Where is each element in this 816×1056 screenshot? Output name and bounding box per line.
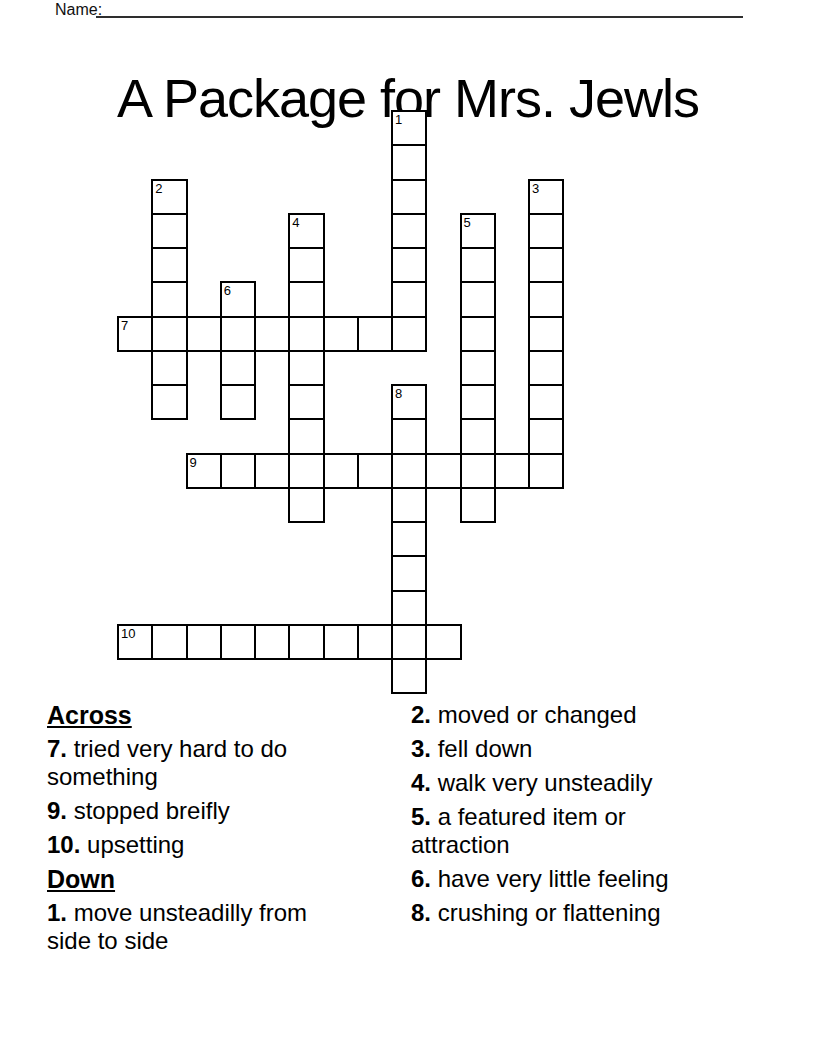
clue-across-10: 10. upsetting (47, 831, 337, 859)
cell-number-3: 3 (532, 181, 539, 196)
grid-cell-r9c10[interactable] (460, 418, 496, 454)
cell-number-8: 8 (395, 386, 402, 401)
name-blank-line (96, 0, 743, 18)
grid-cell-r15c4[interactable] (254, 624, 290, 660)
grid-cell-r11c8[interactable] (391, 487, 427, 523)
clue-down-6: 6. have very little feeling (411, 865, 711, 893)
clues-column-left: Across7. tried very hard to do something… (47, 701, 337, 961)
grid-cell-r5c10[interactable] (460, 281, 496, 317)
cell-number-1: 1 (395, 112, 402, 127)
grid-cell-r6c2[interactable] (186, 316, 222, 352)
grid-cell-r2c1[interactable]: 2 (151, 179, 187, 215)
grid-cell-r15c1[interactable] (151, 624, 187, 660)
cell-number-5: 5 (464, 215, 471, 230)
grid-cell-r16c8[interactable] (391, 658, 427, 694)
grid-cell-r5c1[interactable] (151, 281, 187, 317)
crossword-grid: 79101234568 (117, 110, 565, 695)
grid-cell-r15c0[interactable]: 10 (117, 624, 153, 660)
grid-cell-r10c11[interactable] (494, 453, 530, 489)
grid-cell-r5c5[interactable] (288, 281, 324, 317)
grid-cell-r10c2[interactable]: 9 (186, 453, 222, 489)
down-heading: Down (47, 865, 337, 893)
clue-number: 1. (47, 899, 67, 926)
grid-cell-r6c8[interactable] (391, 316, 427, 352)
grid-cell-r3c10[interactable]: 5 (460, 213, 496, 249)
grid-cell-r15c6[interactable] (323, 624, 359, 660)
grid-cell-r6c6[interactable] (323, 316, 359, 352)
grid-cell-r14c8[interactable] (391, 590, 427, 626)
grid-cell-r10c9[interactable] (425, 453, 461, 489)
clue-number: 7. (47, 735, 67, 762)
grid-cell-r15c2[interactable] (186, 624, 222, 660)
grid-cell-r5c3[interactable]: 6 (220, 281, 256, 317)
grid-cell-r2c12[interactable]: 3 (528, 179, 564, 215)
grid-cell-r15c9[interactable] (425, 624, 461, 660)
grid-cell-r6c7[interactable] (357, 316, 393, 352)
grid-cell-r2c8[interactable] (391, 179, 427, 215)
grid-cell-r15c3[interactable] (220, 624, 256, 660)
grid-cell-r15c8[interactable] (391, 624, 427, 660)
cell-number-10: 10 (121, 626, 135, 641)
grid-cell-r3c1[interactable] (151, 213, 187, 249)
grid-cell-r10c3[interactable] (220, 453, 256, 489)
cell-number-4: 4 (292, 215, 299, 230)
grid-cell-r4c5[interactable] (288, 247, 324, 283)
clue-number: 8. (411, 899, 431, 926)
grid-cell-r3c12[interactable] (528, 213, 564, 249)
grid-cell-r3c8[interactable] (391, 213, 427, 249)
grid-cell-r6c4[interactable] (254, 316, 290, 352)
grid-cell-r6c10[interactable] (460, 316, 496, 352)
clues-column-right: 2. moved or changed3. fell down4. walk v… (411, 701, 711, 933)
grid-cell-r8c8[interactable]: 8 (391, 384, 427, 420)
grid-cell-r3c5[interactable]: 4 (288, 213, 324, 249)
clue-down-1: 1. move unsteadilly from side to side (47, 899, 337, 955)
grid-cell-r13c8[interactable] (391, 555, 427, 591)
grid-cell-r8c3[interactable] (220, 384, 256, 420)
across-heading: Across (47, 701, 337, 729)
grid-cell-r10c5[interactable] (288, 453, 324, 489)
grid-cell-r4c12[interactable] (528, 247, 564, 283)
grid-cell-r9c8[interactable] (391, 418, 427, 454)
grid-cell-r15c5[interactable] (288, 624, 324, 660)
cell-number-7: 7 (121, 318, 128, 333)
grid-cell-r9c12[interactable] (528, 418, 564, 454)
clue-down-4: 4. walk very unsteadily (411, 769, 711, 797)
clue-number: 2. (411, 701, 431, 728)
grid-cell-r7c5[interactable] (288, 350, 324, 386)
grid-cell-r7c12[interactable] (528, 350, 564, 386)
grid-cell-r6c3[interactable] (220, 316, 256, 352)
grid-cell-r10c8[interactable] (391, 453, 427, 489)
clue-number: 10. (47, 831, 80, 858)
clue-down-5: 5. a featured item or attraction (411, 803, 711, 859)
grid-cell-r5c8[interactable] (391, 281, 427, 317)
grid-cell-r6c0[interactable]: 7 (117, 316, 153, 352)
clue-down-2: 2. moved or changed (411, 701, 711, 729)
grid-cell-r7c1[interactable] (151, 350, 187, 386)
grid-cell-r8c12[interactable] (528, 384, 564, 420)
grid-cell-r11c10[interactable] (460, 487, 496, 523)
grid-cell-r6c1[interactable] (151, 316, 187, 352)
grid-cell-r5c12[interactable] (528, 281, 564, 317)
grid-cell-r0c8[interactable]: 1 (391, 110, 427, 146)
clue-down-3: 3. fell down (411, 735, 711, 763)
grid-cell-r8c1[interactable] (151, 384, 187, 420)
grid-cell-r9c5[interactable] (288, 418, 324, 454)
grid-cell-r4c10[interactable] (460, 247, 496, 283)
clue-number: 5. (411, 803, 431, 830)
grid-cell-r12c8[interactable] (391, 521, 427, 557)
grid-cell-r8c5[interactable] (288, 384, 324, 420)
clue-number: 4. (411, 769, 431, 796)
clue-number: 6. (411, 865, 431, 892)
grid-cell-r8c10[interactable] (460, 384, 496, 420)
clue-across-7: 7. tried very hard to do something (47, 735, 337, 791)
clue-across-9: 9. stopped breifly (47, 797, 337, 825)
cell-number-9: 9 (190, 455, 197, 470)
clue-number: 9. (47, 797, 67, 824)
grid-cell-r7c3[interactable] (220, 350, 256, 386)
clue-down-8: 8. crushing or flattening (411, 899, 711, 927)
grid-cell-r11c5[interactable] (288, 487, 324, 523)
grid-cell-r15c7[interactable] (357, 624, 393, 660)
grid-cell-r6c5[interactable] (288, 316, 324, 352)
grid-cell-r4c8[interactable] (391, 247, 427, 283)
grid-cell-r10c12[interactable] (528, 453, 564, 489)
grid-cell-r10c6[interactable] (323, 453, 359, 489)
grid-cell-r10c4[interactable] (254, 453, 290, 489)
grid-cell-r6c12[interactable] (528, 316, 564, 352)
grid-cell-r7c10[interactable] (460, 350, 496, 386)
cell-number-6: 6 (224, 283, 231, 298)
grid-cell-r10c10[interactable] (460, 453, 496, 489)
grid-cell-r1c8[interactable] (391, 144, 427, 180)
cell-number-2: 2 (155, 181, 162, 196)
clue-number: 3. (411, 735, 431, 762)
grid-cell-r10c7[interactable] (357, 453, 393, 489)
grid-cell-r4c1[interactable] (151, 247, 187, 283)
